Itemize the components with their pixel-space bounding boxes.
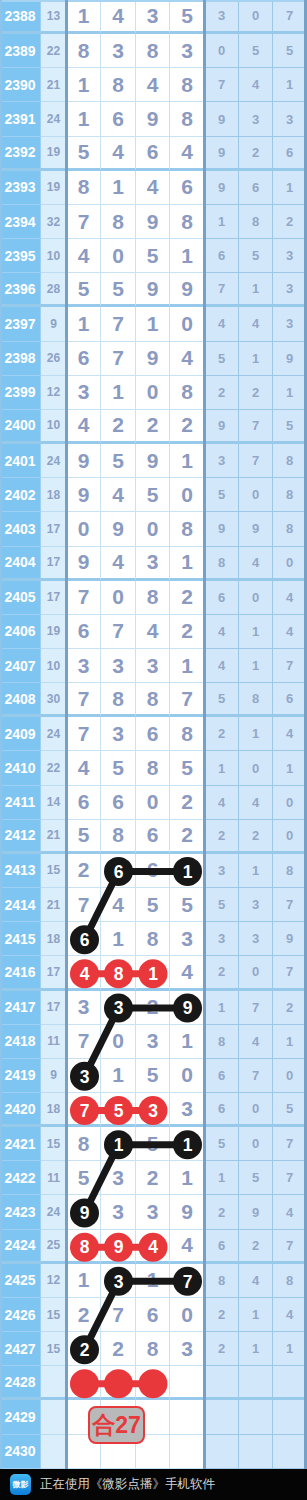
marked-digit: 3 [80,1067,90,1087]
marked-digit: 5 [114,1101,124,1121]
marked-digit: 8 [114,964,124,984]
marks-overlay: 616481393753119894372 [0,0,307,1469]
marked-digit: 1 [183,862,193,882]
marked-digit: 3 [114,998,124,1018]
marked-digit: 1 [148,964,158,984]
red-mark-circle [70,1369,99,1398]
marked-digit: 6 [114,862,124,882]
digit-section-left-border [65,0,68,1469]
marked-digit: 1 [114,1135,124,1155]
red-mark-circle [104,1369,133,1398]
marked-digit: 8 [80,1237,90,1257]
red-mark-circle [139,1369,168,1398]
marked-digit: 4 [80,964,90,984]
watermark-text: 正在使用《微影点播》手机软件 [40,1476,215,1493]
marked-digit: 9 [114,1237,124,1257]
table-top-border [0,0,307,2]
marked-digit: 2 [80,1340,90,1360]
watermark-bar: 微影 正在使用《微影点播》手机软件 [0,1469,307,1500]
digit-section-right-border [203,0,206,1469]
sum-annotation-box: 合27 [88,1406,145,1444]
marked-digit: 1 [183,1135,193,1155]
marked-digit: 3 [114,1272,124,1292]
marked-digit: 9 [183,998,193,1018]
marked-digit: 4 [148,1237,158,1257]
marked-digit: 3 [148,1101,158,1121]
marked-digit: 9 [80,1203,90,1223]
table-left-border [0,0,2,1469]
lottery-trend-screen: 2388131435307238922838305523902118487412… [0,0,307,1500]
marked-digit: 7 [183,1272,193,1292]
marked-digit: 7 [80,1101,90,1121]
table-right-border [304,0,307,1469]
app-icon: 微影 [10,1474,31,1495]
marked-digit: 6 [80,930,90,950]
